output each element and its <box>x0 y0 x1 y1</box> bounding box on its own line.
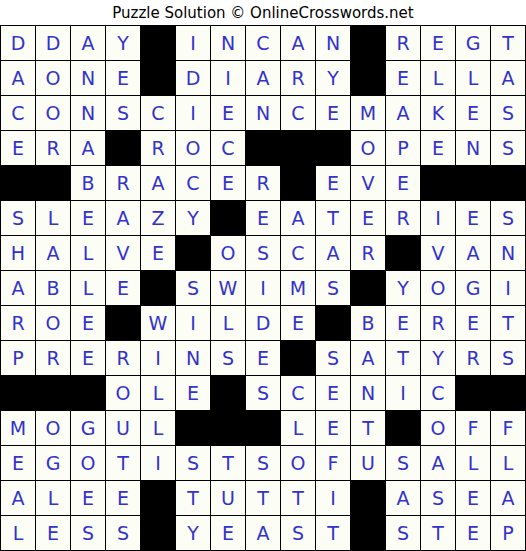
letter-cell: I <box>421 201 455 235</box>
letter-cell: S <box>491 201 525 235</box>
black-cell <box>281 131 315 165</box>
letter-cell: T <box>316 516 350 550</box>
letter-cell: E <box>316 376 350 410</box>
letter-cell: S <box>281 516 315 550</box>
letter-cell: N <box>71 61 105 95</box>
letter-cell: S <box>491 131 525 165</box>
letter-cell: E <box>246 201 280 235</box>
black-cell <box>36 376 70 410</box>
letter-cell: D <box>176 61 210 95</box>
letter-cell: I <box>211 61 245 95</box>
letter-cell: S <box>246 236 280 270</box>
letter-cell: O <box>211 236 245 270</box>
letter-cell: R <box>36 131 70 165</box>
letter-cell: O <box>106 376 140 410</box>
black-cell <box>281 166 315 200</box>
letter-cell: B <box>351 306 385 340</box>
letter-cell: M <box>1 411 35 445</box>
letter-cell: E <box>176 376 210 410</box>
letter-cell: T <box>386 341 420 375</box>
letter-cell: I <box>491 271 525 305</box>
black-cell <box>106 131 140 165</box>
letter-cell: A <box>386 96 420 130</box>
letter-cell: L <box>1 516 35 550</box>
letter-cell: N <box>351 376 385 410</box>
letter-cell: E <box>141 236 175 270</box>
letter-cell: C <box>246 26 280 60</box>
letter-cell: E <box>71 306 105 340</box>
black-cell <box>141 481 175 515</box>
letter-cell: S <box>491 341 525 375</box>
letter-cell: C <box>281 96 315 130</box>
letter-cell: R <box>36 341 70 375</box>
black-cell <box>351 26 385 60</box>
letter-cell: L <box>456 446 490 480</box>
letter-cell: F <box>316 446 350 480</box>
black-cell <box>106 306 140 340</box>
letter-cell: R <box>421 306 455 340</box>
letter-cell: E <box>456 96 490 130</box>
letter-cell: N <box>456 131 490 165</box>
letter-cell: E <box>386 306 420 340</box>
letter-cell: E <box>246 341 280 375</box>
letter-cell: E <box>421 131 455 165</box>
letter-cell: I <box>176 306 210 340</box>
letter-cell: O <box>36 306 70 340</box>
letter-cell: S <box>176 271 210 305</box>
letter-cell: L <box>71 271 105 305</box>
letter-cell: A <box>71 131 105 165</box>
letter-cell: T <box>491 26 525 60</box>
letter-cell: G <box>36 446 70 480</box>
letter-cell: E <box>386 166 420 200</box>
letter-cell: M <box>281 271 315 305</box>
letter-cell: Y <box>316 61 350 95</box>
letter-cell: C <box>141 96 175 130</box>
black-cell <box>351 271 385 305</box>
letter-cell: L <box>141 411 175 445</box>
letter-cell: E <box>211 516 245 550</box>
letter-cell: P <box>386 131 420 165</box>
letter-cell: N <box>71 96 105 130</box>
letter-cell: A <box>246 61 280 95</box>
letter-cell: A <box>491 481 525 515</box>
letter-cell: Y <box>386 271 420 305</box>
letter-cell: L <box>491 446 525 480</box>
letter-cell: Y <box>421 341 455 375</box>
letter-cell: L <box>456 61 490 95</box>
letter-cell: I <box>176 96 210 130</box>
letter-cell: E <box>456 201 490 235</box>
letter-cell: A <box>1 481 35 515</box>
letter-cell: A <box>1 61 35 95</box>
letter-cell: R <box>456 341 490 375</box>
letter-cell: O <box>36 411 70 445</box>
letter-cell: W <box>211 271 245 305</box>
letter-cell: L <box>36 481 70 515</box>
letter-cell: Y <box>106 26 140 60</box>
black-cell <box>421 166 455 200</box>
letter-cell: C <box>1 96 35 130</box>
letter-cell: N <box>176 341 210 375</box>
black-cell <box>386 411 420 445</box>
letter-cell: W <box>141 306 175 340</box>
letter-cell: R <box>246 166 280 200</box>
letter-cell: L <box>141 376 175 410</box>
title-bar: Puzzle Solution © OnlineCrosswords.net <box>0 0 526 25</box>
letter-cell: U <box>106 411 140 445</box>
letter-cell: C <box>421 376 455 410</box>
letter-cell: U <box>351 446 385 480</box>
letter-cell: O <box>421 411 455 445</box>
letter-cell: V <box>106 236 140 270</box>
letter-cell: C <box>211 131 245 165</box>
letter-cell: B <box>71 166 105 200</box>
letter-cell: E <box>316 96 350 130</box>
letter-cell: T <box>106 446 140 480</box>
letter-cell: S <box>1 201 35 235</box>
black-cell <box>1 166 35 200</box>
black-cell <box>141 61 175 95</box>
letter-cell: F <box>456 411 490 445</box>
letter-cell: S <box>316 271 350 305</box>
black-cell <box>316 306 350 340</box>
black-cell <box>71 376 105 410</box>
letter-cell: I <box>386 376 420 410</box>
letter-cell: A <box>456 236 490 270</box>
letter-cell: I <box>316 481 350 515</box>
letter-cell: E <box>351 201 385 235</box>
letter-cell: P <box>491 516 525 550</box>
letter-cell: E <box>106 481 140 515</box>
letter-cell: E <box>421 26 455 60</box>
letter-cell: R <box>106 341 140 375</box>
letter-cell: O <box>351 131 385 165</box>
letter-cell: A <box>71 26 105 60</box>
letter-cell: B <box>36 271 70 305</box>
letter-cell: G <box>456 271 490 305</box>
letter-cell: R <box>141 131 175 165</box>
letter-cell: S <box>316 341 350 375</box>
letter-cell: R <box>386 201 420 235</box>
letter-cell: E <box>386 61 420 95</box>
letter-cell: S <box>386 446 420 480</box>
letter-cell: Y <box>176 201 210 235</box>
letter-cell: S <box>491 96 525 130</box>
letter-cell: S <box>246 446 280 480</box>
letter-cell: O <box>176 131 210 165</box>
letter-cell: A <box>141 166 175 200</box>
letter-cell: O <box>36 61 70 95</box>
letter-cell: A <box>281 26 315 60</box>
letter-cell: T <box>211 446 245 480</box>
letter-cell: D <box>36 26 70 60</box>
letter-cell: C <box>176 166 210 200</box>
black-cell <box>456 376 490 410</box>
letter-cell: T <box>246 481 280 515</box>
letter-cell: S <box>386 516 420 550</box>
letter-cell: P <box>1 341 35 375</box>
black-cell <box>141 516 175 550</box>
letter-cell: E <box>106 271 140 305</box>
letter-cell: O <box>281 446 315 480</box>
letter-cell: E <box>1 446 35 480</box>
letter-cell: S <box>421 481 455 515</box>
letter-cell: L <box>36 201 70 235</box>
letter-cell: E <box>316 411 350 445</box>
black-cell <box>176 411 210 445</box>
letter-cell: Z <box>141 201 175 235</box>
letter-cell: R <box>106 166 140 200</box>
letter-cell: D <box>246 306 280 340</box>
letter-cell: S <box>211 341 245 375</box>
black-cell <box>491 376 525 410</box>
letter-cell: T <box>316 201 350 235</box>
letter-cell: I <box>246 271 280 305</box>
letter-cell: S <box>71 516 105 550</box>
black-cell <box>491 166 525 200</box>
letter-cell: E <box>456 306 490 340</box>
letter-cell: E <box>281 306 315 340</box>
letter-cell: N <box>246 96 280 130</box>
letter-cell: A <box>351 341 385 375</box>
letter-cell: E <box>36 516 70 550</box>
letter-cell: I <box>141 446 175 480</box>
letter-cell: L <box>281 411 315 445</box>
letter-cell: E <box>316 166 350 200</box>
letter-cell: E <box>456 516 490 550</box>
black-cell <box>211 201 245 235</box>
letter-cell: C <box>281 236 315 270</box>
black-cell <box>246 411 280 445</box>
letter-cell: G <box>456 26 490 60</box>
crossword-solution-page: Puzzle Solution © OnlineCrosswords.net D… <box>0 0 526 551</box>
letter-cell: U <box>211 481 245 515</box>
letter-cell: S <box>246 376 280 410</box>
letter-cell: E <box>71 481 105 515</box>
black-cell <box>36 166 70 200</box>
black-cell <box>211 411 245 445</box>
letter-cell: Y <box>176 516 210 550</box>
letter-cell: I <box>176 26 210 60</box>
letter-cell: K <box>421 96 455 130</box>
letter-cell: S <box>106 516 140 550</box>
letter-cell: E <box>71 341 105 375</box>
letter-cell: E <box>456 481 490 515</box>
letter-cell: D <box>1 26 35 60</box>
crossword-grid: DDAYINCANREGTAONEDIARYELLACONSCIENCEMAKE… <box>0 25 526 551</box>
letter-cell: T <box>281 481 315 515</box>
letter-cell: O <box>71 446 105 480</box>
letter-cell: A <box>316 236 350 270</box>
black-cell <box>211 376 245 410</box>
letter-cell: M <box>351 96 385 130</box>
letter-cell: G <box>71 411 105 445</box>
black-cell <box>141 26 175 60</box>
letter-cell: A <box>491 61 525 95</box>
black-cell <box>176 236 210 270</box>
letter-cell: S <box>106 96 140 130</box>
letter-cell: C <box>281 376 315 410</box>
letter-cell: E <box>106 61 140 95</box>
letter-cell: N <box>316 26 350 60</box>
black-cell <box>386 236 420 270</box>
letter-cell: T <box>351 411 385 445</box>
black-cell <box>281 341 315 375</box>
letter-cell: L <box>421 61 455 95</box>
letter-cell: R <box>386 26 420 60</box>
letter-cell: E <box>211 96 245 130</box>
letter-cell: O <box>421 271 455 305</box>
letter-cell: F <box>491 411 525 445</box>
letter-cell: T <box>176 481 210 515</box>
black-cell <box>456 166 490 200</box>
letter-cell: A <box>106 201 140 235</box>
black-cell <box>316 131 350 165</box>
letter-cell: A <box>1 271 35 305</box>
letter-cell: L <box>211 306 245 340</box>
letter-cell: E <box>71 201 105 235</box>
letter-cell: A <box>281 201 315 235</box>
letter-cell: L <box>71 236 105 270</box>
letter-cell: H <box>1 236 35 270</box>
letter-cell: N <box>491 236 525 270</box>
letter-cell: T <box>421 516 455 550</box>
letter-cell: I <box>141 341 175 375</box>
letter-cell: S <box>176 446 210 480</box>
letter-cell: E <box>211 166 245 200</box>
letter-cell: E <box>1 131 35 165</box>
letter-cell: V <box>351 166 385 200</box>
letter-cell: V <box>421 236 455 270</box>
letter-cell: R <box>351 236 385 270</box>
black-cell <box>1 376 35 410</box>
letter-cell: A <box>421 446 455 480</box>
page-title: Puzzle Solution © OnlineCrosswords.net <box>112 4 413 22</box>
letter-cell: N <box>211 26 245 60</box>
black-cell <box>351 481 385 515</box>
black-cell <box>246 131 280 165</box>
black-cell <box>351 516 385 550</box>
letter-cell: A <box>386 481 420 515</box>
black-cell <box>351 61 385 95</box>
letter-cell: R <box>1 306 35 340</box>
letter-cell: R <box>281 61 315 95</box>
letter-cell: A <box>36 236 70 270</box>
black-cell <box>141 271 175 305</box>
letter-cell: T <box>491 306 525 340</box>
letter-cell: O <box>36 96 70 130</box>
letter-cell: A <box>246 516 280 550</box>
